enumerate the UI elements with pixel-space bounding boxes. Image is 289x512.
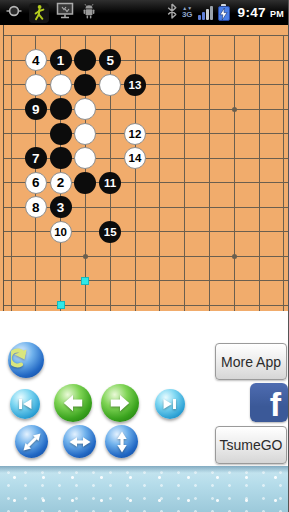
skip-to-start-button[interactable] — [10, 389, 40, 419]
board-edge-line — [3, 25, 4, 311]
move-number: 10 — [54, 226, 67, 238]
tsumego-app-screen: ▲▼ 3G 9:47 PM 415139127146211831015 More… — [0, 0, 288, 512]
move-number: 12 — [129, 128, 142, 140]
more-app-label: More App — [221, 354, 281, 370]
facebook-button[interactable]: f — [250, 383, 288, 422]
time-text: 9:47 — [238, 5, 266, 20]
undo-button[interactable] — [8, 342, 44, 378]
move-number: 2 — [57, 175, 65, 190]
stone-black — [50, 147, 72, 169]
stone-white — [25, 74, 47, 96]
grid-line-horizontal — [4, 256, 289, 257]
next-move-button[interactable] — [101, 384, 139, 422]
stone-black-13: 13 — [124, 74, 146, 96]
move-number: 5 — [106, 53, 114, 68]
status-icons-right: ▲▼ 3G 9:47 PM — [167, 3, 288, 23]
transform-horizontal-button[interactable] — [63, 425, 96, 458]
horizontal-arrows-icon — [68, 430, 92, 454]
skip-to-end-button[interactable] — [155, 389, 185, 419]
stone-white — [99, 74, 121, 96]
stone-black-3: 3 — [50, 196, 72, 218]
transform-diagonal-button[interactable] — [15, 425, 48, 458]
previous-move-button[interactable] — [54, 384, 92, 422]
meridiem-text: PM — [270, 9, 284, 19]
move-number: 6 — [32, 175, 40, 190]
stone-white-6: 6 — [25, 172, 47, 194]
star-point — [83, 254, 88, 259]
move-hint-marker — [81, 277, 89, 285]
arrow-right-icon — [107, 390, 133, 416]
stone-black-7: 7 — [25, 147, 47, 169]
grid-line-vertical — [209, 36, 210, 312]
grid-line-vertical — [159, 36, 160, 312]
stone-black-5: 5 — [99, 49, 121, 71]
star-point — [232, 107, 237, 112]
move-number: 1 — [57, 53, 65, 68]
grid-line-vertical — [283, 36, 284, 312]
facebook-f-logo: f — [270, 385, 281, 422]
stone-white-10: 10 — [50, 221, 72, 243]
diagonal-arrows-icon — [20, 430, 44, 454]
move-number: 14 — [129, 152, 142, 164]
vertical-arrows-icon — [110, 430, 134, 454]
status-bar: ▲▼ 3G 9:47 PM — [0, 0, 288, 25]
bluetooth-icon — [167, 3, 177, 23]
move-number: 4 — [32, 53, 40, 68]
stone-white-8: 8 — [25, 196, 47, 218]
move-number: 11 — [104, 177, 116, 189]
stone-black-1: 1 — [50, 49, 72, 71]
tsumego-button[interactable]: TsumeGO — [215, 426, 287, 464]
grid-line-vertical — [259, 36, 260, 312]
stone-black — [74, 74, 96, 96]
more-app-button[interactable]: More App — [215, 343, 287, 380]
move-number: 7 — [32, 151, 40, 166]
stone-black — [74, 49, 96, 71]
grid-line-vertical — [234, 36, 235, 312]
status-icons-left — [0, 2, 97, 23]
grid-line-horizontal — [4, 35, 289, 36]
go-board[interactable]: 415139127146211831015 — [0, 25, 288, 311]
tsumego-label: TsumeGO — [219, 437, 282, 453]
walking-person-icon — [29, 3, 49, 23]
signal-strength-icon — [198, 5, 213, 20]
star-point — [232, 254, 237, 259]
move-number: 3 — [57, 200, 65, 215]
skip-to-start-icon — [14, 393, 36, 415]
grid-line-horizontal — [4, 305, 289, 306]
grid-line-horizontal — [4, 280, 289, 281]
stone-black-15: 15 — [99, 221, 121, 243]
stone-black — [50, 123, 72, 145]
move-number: 9 — [32, 102, 40, 117]
stone-white-12: 12 — [124, 123, 146, 145]
display-icon — [56, 2, 74, 23]
ad-banner[interactable]: FARM Heroes saga PLAY NOW! i — [0, 466, 288, 512]
stone-white — [50, 74, 72, 96]
clock: 9:47 PM — [238, 5, 284, 20]
stone-black-9: 9 — [25, 98, 47, 120]
undo-icon — [11, 345, 41, 375]
stone-white — [74, 123, 96, 145]
skip-to-end-icon — [159, 393, 181, 415]
move-number: 13 — [129, 79, 142, 91]
stone-white-4: 4 — [25, 49, 47, 71]
move-hint-marker — [57, 301, 65, 309]
plug-icon — [6, 3, 22, 23]
transform-vertical-button[interactable] — [105, 425, 138, 458]
move-number: 15 — [104, 226, 117, 238]
move-number: 8 — [32, 200, 40, 215]
grid-line-vertical — [184, 36, 185, 312]
stone-white-2: 2 — [50, 172, 72, 194]
network-type-label: 3G — [182, 11, 193, 19]
stone-white — [74, 98, 96, 120]
stone-black — [74, 172, 96, 194]
stone-white-14: 14 — [124, 147, 146, 169]
android-icon — [81, 3, 97, 23]
stone-white — [74, 147, 96, 169]
stone-black-11: 11 — [99, 172, 121, 194]
arrow-left-icon — [60, 390, 86, 416]
network-3g-icon: ▲▼ 3G — [182, 6, 193, 19]
grid-line-horizontal — [4, 231, 289, 232]
stone-black — [50, 98, 72, 120]
battery-charging-icon — [218, 4, 230, 21]
grid-line-vertical — [11, 36, 12, 312]
